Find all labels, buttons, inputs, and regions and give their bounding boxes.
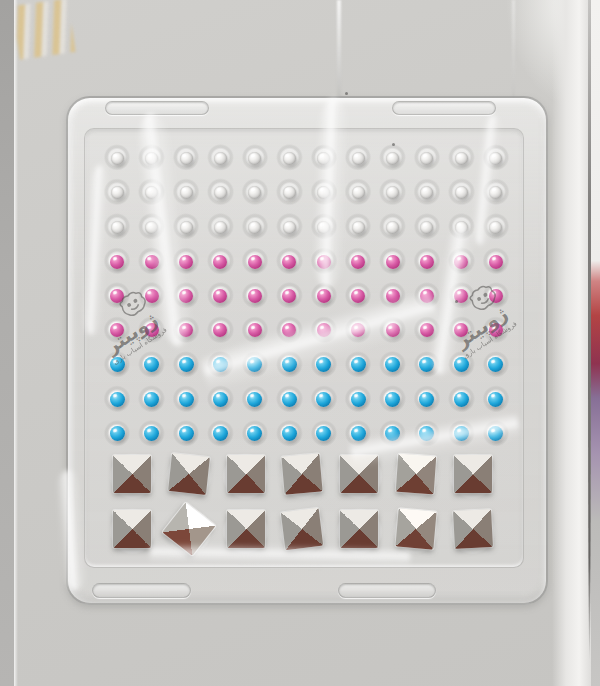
- pink-gem: [145, 323, 159, 337]
- sparkle-highlight: [113, 153, 118, 157]
- clear-gem: [111, 186, 124, 199]
- blue-gem: [110, 357, 125, 372]
- gem-dimple: [169, 141, 203, 175]
- stud-dimple: [104, 446, 161, 501]
- pink-gem: [386, 289, 400, 303]
- blue-gem: [110, 426, 125, 441]
- pink-gem: [489, 323, 503, 337]
- sparkle-highlight: [491, 359, 496, 363]
- sparkle-highlight: [251, 153, 256, 157]
- gem-dimple: [272, 313, 306, 347]
- pink-gem: [454, 323, 468, 337]
- pyramid-stud: [454, 455, 492, 493]
- sparkle-highlight: [181, 393, 186, 397]
- gem-dimple: [272, 210, 306, 244]
- gem-dimple: [410, 382, 444, 416]
- gem-dimple: [375, 348, 409, 382]
- sparkle-highlight: [422, 393, 427, 397]
- blue-gem: [179, 426, 194, 441]
- bag-right-bright-edge: [552, 0, 592, 686]
- pink-gem: [248, 323, 262, 337]
- stud-dimple: [388, 501, 445, 556]
- blue-gem: [316, 392, 331, 407]
- clear-gem: [248, 186, 261, 199]
- sparkle-highlight: [354, 290, 359, 294]
- blue-gem: [454, 357, 469, 372]
- clear-gem: [489, 221, 502, 234]
- sparkle-highlight: [457, 188, 462, 192]
- gem-dimple: [203, 175, 237, 209]
- pink-gem: [110, 289, 124, 303]
- pink-gem: [179, 255, 193, 269]
- pink-gem: [317, 323, 331, 337]
- gem-dimple: [100, 175, 134, 209]
- sparkle-highlight: [388, 188, 393, 192]
- sparkle-highlight: [285, 290, 290, 294]
- gem-dimple: [169, 348, 203, 382]
- blue-gem: [144, 426, 159, 441]
- gem-dimple: [410, 279, 444, 313]
- sparkle-highlight: [491, 256, 496, 260]
- pink-gem: [248, 255, 262, 269]
- sparkle-highlight: [353, 393, 358, 397]
- sparkle-highlight: [216, 153, 221, 157]
- sparkle-highlight: [216, 325, 221, 329]
- pink-gem: [420, 289, 434, 303]
- gem-dimple: [410, 313, 444, 347]
- pyramid-stud: [282, 453, 323, 494]
- pink-gem: [489, 255, 503, 269]
- sparkle-highlight: [457, 256, 462, 260]
- sparkle-highlight: [422, 428, 427, 432]
- clear-gem: [214, 221, 227, 234]
- clear-gem: [420, 186, 433, 199]
- stud-dimple: [274, 501, 331, 556]
- pink-gem: [282, 289, 296, 303]
- sparkle-highlight: [319, 188, 324, 192]
- sparkle-highlight: [112, 428, 117, 432]
- blue-gem: [351, 426, 366, 441]
- clear-gem: [180, 152, 193, 165]
- clear-gem: [248, 152, 261, 165]
- pink-gem: [110, 323, 124, 337]
- sparkle-highlight: [250, 325, 255, 329]
- pyramid-stud: [340, 455, 378, 493]
- gem-dimple: [341, 244, 375, 278]
- sparkle-highlight: [216, 188, 221, 192]
- gem-dimple: [307, 141, 341, 175]
- blue-gem: [247, 426, 262, 441]
- sparkle-highlight: [388, 290, 393, 294]
- gem-dimple: [169, 210, 203, 244]
- clear-gem: [420, 221, 433, 234]
- gem-dimple: [410, 210, 444, 244]
- stud-dimple: [161, 501, 218, 556]
- clear-gem: [283, 221, 296, 234]
- blue-gem: [179, 357, 194, 372]
- gem-dimple: [375, 244, 409, 278]
- gem-dimple: [203, 244, 237, 278]
- bag-left-edge-highlight: [14, 0, 18, 686]
- clear-gem: [214, 152, 227, 165]
- gem-dimple: [203, 313, 237, 347]
- gem-dimple: [444, 244, 478, 278]
- gem-dimple: [238, 141, 272, 175]
- sparkle-highlight: [388, 393, 393, 397]
- pink-gem: [145, 255, 159, 269]
- clear-gem: [180, 186, 193, 199]
- gem-dimple: [341, 141, 375, 175]
- pyramid-stud: [162, 502, 215, 555]
- bag-edge-contour-line: [588, 0, 591, 662]
- clear-gem: [111, 152, 124, 165]
- sparkle-highlight: [388, 222, 393, 226]
- clear-gem: [111, 221, 124, 234]
- sparkle-highlight: [147, 325, 152, 329]
- clear-gem: [420, 152, 433, 165]
- blue-gem: [247, 392, 262, 407]
- gem-dimple: [100, 210, 134, 244]
- plastic-crease: [337, 0, 341, 97]
- sparkle-highlight: [353, 428, 358, 432]
- speck: [455, 300, 458, 303]
- tray-emboss-oval: [105, 101, 209, 115]
- gem-dimple: [307, 279, 341, 313]
- gem-dimple: [479, 313, 513, 347]
- sparkle-highlight: [388, 325, 393, 329]
- gem-dimple: [479, 141, 513, 175]
- blue-gem: [419, 426, 434, 441]
- sparkle-highlight: [353, 359, 358, 363]
- pyramid-stud: [396, 453, 437, 494]
- gem-dimple: [203, 141, 237, 175]
- stud-dimple: [161, 446, 218, 501]
- gem-dimple: [444, 141, 478, 175]
- blue-gem: [110, 392, 125, 407]
- sparkle-highlight: [216, 222, 221, 226]
- gem-dimple: [272, 244, 306, 278]
- gem-dimple: [134, 382, 168, 416]
- blue-gem: [385, 426, 400, 441]
- stud-dimple: [217, 446, 274, 501]
- sparkle-highlight: [319, 256, 324, 260]
- clear-gem: [214, 186, 227, 199]
- blue-gem: [385, 392, 400, 407]
- sparkle-highlight: [319, 359, 324, 363]
- gem-dimple: [238, 244, 272, 278]
- sparkle-highlight: [285, 153, 290, 157]
- gem-dimple: [238, 210, 272, 244]
- pyramid-stud: [113, 510, 151, 548]
- clear-gem: [317, 221, 330, 234]
- gem-dimple: [272, 348, 306, 382]
- gem-dimple: [100, 244, 134, 278]
- sparkle-highlight: [388, 256, 393, 260]
- sparkle-highlight: [285, 256, 290, 260]
- sparkle-highlight: [456, 393, 461, 397]
- pink-gem: [248, 289, 262, 303]
- gem-dimple: [375, 313, 409, 347]
- sparkle-highlight: [182, 188, 187, 192]
- sparkle-highlight: [423, 222, 428, 226]
- sparkle-highlight: [285, 188, 290, 192]
- clear-gem: [283, 186, 296, 199]
- sparkle-highlight: [147, 222, 152, 226]
- gem-dimple: [410, 175, 444, 209]
- sparkle-highlight: [422, 325, 427, 329]
- sparkle-highlight: [491, 393, 496, 397]
- sparkle-highlight: [456, 428, 461, 432]
- sparkle-highlight: [216, 393, 221, 397]
- sparkle-highlight: [113, 256, 118, 260]
- pink-gem: [213, 255, 227, 269]
- speck: [392, 143, 395, 146]
- gem-dimple: [479, 279, 513, 313]
- clear-gem: [145, 152, 158, 165]
- gem-dimple: [307, 313, 341, 347]
- gem-dimple: [169, 244, 203, 278]
- gem-dimple: [100, 279, 134, 313]
- clear-gem: [489, 152, 502, 165]
- speck: [345, 92, 348, 95]
- stud-dimple: [388, 446, 445, 501]
- sparkle-highlight: [457, 153, 462, 157]
- gem-dimple: [341, 279, 375, 313]
- plastic-crease: [512, 0, 515, 97]
- gem-dimple: [479, 348, 513, 382]
- gem-dimple: [341, 382, 375, 416]
- pink-gem: [317, 255, 331, 269]
- sparkle-highlight: [284, 359, 289, 363]
- gem-dimple: [307, 348, 341, 382]
- gem-dimple: [444, 382, 478, 416]
- blue-gem: [144, 357, 159, 372]
- blue-gem: [351, 392, 366, 407]
- tray-emboss-oval: [392, 101, 496, 115]
- gem-dimple: [134, 141, 168, 175]
- sparkle-highlight: [491, 290, 496, 294]
- sparkle-highlight: [147, 393, 152, 397]
- sparkle-highlight: [181, 290, 186, 294]
- gem-dimple: [307, 244, 341, 278]
- sparkle-highlight: [216, 359, 221, 363]
- stud-dimple: [331, 446, 388, 501]
- gem-dimple: [375, 175, 409, 209]
- blue-gem: [351, 357, 366, 372]
- gem-dimple: [444, 348, 478, 382]
- sparkle-highlight: [423, 188, 428, 192]
- pink-gem: [454, 255, 468, 269]
- sparkle-highlight: [388, 428, 393, 432]
- sparkle-highlight: [354, 222, 359, 226]
- sparkle-highlight: [181, 256, 186, 260]
- blue-gem: [213, 426, 228, 441]
- gem-dimple: [238, 382, 272, 416]
- pink-gem: [317, 289, 331, 303]
- sparkle-highlight: [354, 153, 359, 157]
- stud-dimple: [104, 501, 161, 556]
- sparkle-highlight: [285, 222, 290, 226]
- gem-dimple: [307, 210, 341, 244]
- gem-dimple: [444, 313, 478, 347]
- sparkle-highlight: [388, 359, 393, 363]
- gem-dimple: [238, 313, 272, 347]
- clear-gem: [455, 221, 468, 234]
- pink-gem: [351, 255, 365, 269]
- gem-dimple: [272, 382, 306, 416]
- sparkle-highlight: [491, 325, 496, 329]
- gem-dimple: [479, 210, 513, 244]
- stud-grid: [104, 446, 501, 556]
- sparkle-highlight: [250, 290, 255, 294]
- sparkle-highlight: [147, 290, 152, 294]
- sparkle-highlight: [181, 359, 186, 363]
- pink-gem: [213, 289, 227, 303]
- clear-gem: [145, 186, 158, 199]
- blue-gem: [385, 357, 400, 372]
- sparkle-highlight: [319, 325, 324, 329]
- clear-gem: [489, 186, 502, 199]
- gem-dimple: [203, 348, 237, 382]
- pink-gem: [145, 289, 159, 303]
- pyramid-stud: [340, 510, 378, 548]
- blue-gem: [454, 392, 469, 407]
- gem-dimple: [203, 382, 237, 416]
- blue-gem: [488, 392, 503, 407]
- gem-dimple: [100, 313, 134, 347]
- blue-gem: [282, 392, 297, 407]
- sparkle-highlight: [216, 428, 221, 432]
- sparkle-highlight: [250, 256, 255, 260]
- pyramid-stud: [227, 455, 265, 493]
- sparkle-highlight: [147, 188, 152, 192]
- blue-gem: [247, 357, 262, 372]
- sparkle-highlight: [182, 222, 187, 226]
- gem-dimple: [341, 313, 375, 347]
- stud-dimple: [444, 446, 501, 501]
- gem-dimple: [375, 382, 409, 416]
- gem-dimple: [134, 175, 168, 209]
- pink-gem: [179, 289, 193, 303]
- gem-dimple: [134, 210, 168, 244]
- pink-gem: [489, 289, 503, 303]
- gem-grid: [100, 141, 513, 451]
- blue-gem: [316, 426, 331, 441]
- clear-gem: [352, 221, 365, 234]
- clear-gem: [283, 152, 296, 165]
- sparkle-highlight: [422, 290, 427, 294]
- sparkle-highlight: [216, 290, 221, 294]
- clear-gem: [317, 152, 330, 165]
- tan-smear-mark: [13, 0, 76, 60]
- gem-dimple: [134, 348, 168, 382]
- blue-gem: [419, 392, 434, 407]
- sparkle-highlight: [319, 428, 324, 432]
- sparkle-highlight: [491, 428, 496, 432]
- sparkle-highlight: [456, 359, 461, 363]
- pink-gem: [420, 255, 434, 269]
- gem-dimple: [307, 175, 341, 209]
- tray-emboss-oval: [92, 583, 191, 598]
- sparkle-highlight: [319, 153, 324, 157]
- pyramid-stud: [395, 508, 436, 549]
- gem-dimple: [479, 244, 513, 278]
- gem-dimple: [169, 279, 203, 313]
- sparkle-highlight: [284, 428, 289, 432]
- pink-gem: [351, 289, 365, 303]
- gem-dimple: [341, 175, 375, 209]
- sparkle-highlight: [112, 393, 117, 397]
- stud-dimple: [217, 501, 274, 556]
- sparkle-highlight: [319, 222, 324, 226]
- gem-dimple: [444, 210, 478, 244]
- sparkle-highlight: [388, 153, 393, 157]
- clear-gem: [455, 186, 468, 199]
- sparkle-highlight: [285, 325, 290, 329]
- gem-dimple: [238, 279, 272, 313]
- gem-dimple: [100, 141, 134, 175]
- clear-gem: [386, 186, 399, 199]
- gem-dimple: [203, 279, 237, 313]
- sparkle-highlight: [216, 256, 221, 260]
- gem-dimple: [375, 141, 409, 175]
- gem-dimple: [444, 175, 478, 209]
- pink-gem: [386, 323, 400, 337]
- blue-gem: [488, 426, 503, 441]
- sparkle-highlight: [251, 188, 256, 192]
- gem-dimple: [169, 313, 203, 347]
- blue-gem: [454, 426, 469, 441]
- pink-gem: [386, 255, 400, 269]
- blue-gem: [419, 357, 434, 372]
- gem-dimple: [203, 210, 237, 244]
- pink-gem: [213, 323, 227, 337]
- gem-dimple: [410, 141, 444, 175]
- pyramid-stud: [227, 510, 265, 548]
- blue-gem: [213, 392, 228, 407]
- pink-gem: [282, 255, 296, 269]
- pink-gem: [420, 323, 434, 337]
- sparkle-highlight: [422, 359, 427, 363]
- gem-dimple: [307, 382, 341, 416]
- clear-gem: [352, 152, 365, 165]
- sparkle-highlight: [181, 428, 186, 432]
- clear-gem: [317, 186, 330, 199]
- blue-gem: [488, 357, 503, 372]
- sparkle-highlight: [354, 188, 359, 192]
- product-photo-scene: ژوپیتر فروشگاه اسباب بازی ژوپیتر فروشگاه…: [0, 0, 600, 686]
- blue-gem: [213, 357, 228, 372]
- background-items-right: [591, 0, 600, 686]
- clear-gem: [180, 221, 193, 234]
- sparkle-highlight: [354, 325, 359, 329]
- sparkle-highlight: [113, 188, 118, 192]
- blue-gem: [282, 426, 297, 441]
- stud-dimple: [444, 501, 501, 556]
- gem-dimple: [341, 348, 375, 382]
- gem-dimple: [134, 313, 168, 347]
- sparkle-highlight: [457, 325, 462, 329]
- sparkle-highlight: [147, 256, 152, 260]
- gem-dimple: [169, 382, 203, 416]
- gem-dimple: [375, 279, 409, 313]
- gem-dimple: [134, 279, 168, 313]
- sparkle-highlight: [491, 222, 496, 226]
- sparkle-highlight: [422, 256, 427, 260]
- gem-dimple: [100, 348, 134, 382]
- sparkle-highlight: [284, 393, 289, 397]
- sparkle-highlight: [251, 222, 256, 226]
